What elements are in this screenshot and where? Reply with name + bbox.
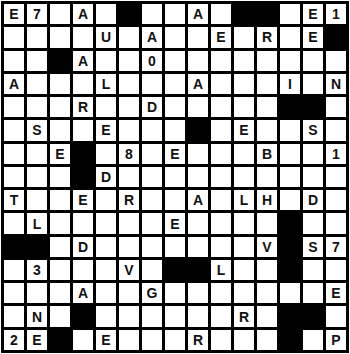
cell[interactable] (142, 120, 162, 140)
cell[interactable] (73, 213, 93, 233)
cell[interactable] (50, 97, 70, 117)
cell[interactable]: L (211, 260, 231, 280)
black-cell (27, 237, 47, 257)
cell[interactable] (257, 97, 277, 117)
cell[interactable] (27, 144, 47, 164)
cell[interactable] (165, 167, 185, 187)
cell[interactable]: L (234, 190, 254, 210)
cell[interactable] (96, 213, 116, 233)
cell[interactable] (96, 144, 116, 164)
cell[interactable] (303, 213, 323, 233)
cell[interactable] (165, 306, 185, 326)
cell[interactable]: E (96, 120, 116, 140)
cell[interactable] (234, 74, 254, 94)
cell[interactable] (188, 27, 208, 47)
cell[interactable] (211, 74, 231, 94)
cell[interactable] (4, 144, 24, 164)
cell[interactable]: E (73, 190, 93, 210)
cell[interactable] (303, 144, 323, 164)
cell[interactable] (211, 97, 231, 117)
cell[interactable] (50, 260, 70, 280)
cell[interactable] (119, 213, 139, 233)
cell[interactable]: S (303, 120, 323, 140)
cell[interactable] (257, 330, 277, 350)
cell[interactable] (234, 97, 254, 117)
cell[interactable]: 8 (119, 144, 139, 164)
cell[interactable] (326, 167, 346, 187)
cell[interactable] (234, 237, 254, 257)
cell[interactable] (280, 144, 300, 164)
black-cell (165, 260, 185, 280)
cell[interactable]: N (326, 74, 346, 94)
cell[interactable] (280, 27, 300, 47)
cell[interactable] (4, 306, 24, 326)
cell[interactable]: E (165, 213, 185, 233)
cell[interactable] (50, 27, 70, 47)
cell[interactable] (211, 4, 231, 24)
cell[interactable]: R (73, 97, 93, 117)
cell[interactable]: A (73, 283, 93, 303)
black-cell (280, 330, 300, 350)
cell[interactable]: T (4, 190, 24, 210)
cell[interactable] (257, 120, 277, 140)
cell[interactable] (303, 330, 323, 350)
cell[interactable] (303, 74, 323, 94)
cell[interactable]: H (257, 190, 277, 210)
cell[interactable] (234, 260, 254, 280)
cell[interactable]: R (119, 190, 139, 210)
cell[interactable] (27, 97, 47, 117)
cell[interactable] (326, 213, 346, 233)
cell[interactable] (142, 4, 162, 24)
cell[interactable] (188, 237, 208, 257)
cell[interactable] (165, 190, 185, 210)
cell[interactable]: E (234, 120, 254, 140)
black-cell (188, 260, 208, 280)
cell[interactable] (119, 167, 139, 187)
cell[interactable] (4, 97, 24, 117)
cell[interactable] (211, 190, 231, 210)
cell[interactable] (257, 306, 277, 326)
black-cell (188, 120, 208, 140)
cell[interactable] (96, 306, 116, 326)
cell[interactable] (50, 167, 70, 187)
cell[interactable] (73, 120, 93, 140)
cell[interactable]: L (27, 213, 47, 233)
cell[interactable] (280, 51, 300, 71)
cell[interactable]: S (27, 120, 47, 140)
cell[interactable] (188, 51, 208, 71)
cell[interactable]: U (96, 27, 116, 47)
cell[interactable] (211, 144, 231, 164)
black-cell (4, 237, 24, 257)
cell[interactable] (119, 27, 139, 47)
cell[interactable] (211, 237, 231, 257)
black-cell (50, 330, 70, 350)
cell[interactable] (165, 330, 185, 350)
cell[interactable] (50, 213, 70, 233)
cell[interactable]: N (27, 306, 47, 326)
cell[interactable] (234, 213, 254, 233)
cell[interactable] (73, 27, 93, 47)
cell[interactable] (50, 306, 70, 326)
black-cell (73, 144, 93, 164)
cell[interactable] (50, 190, 70, 210)
cell[interactable]: L (96, 74, 116, 94)
cell[interactable] (119, 51, 139, 71)
cell[interactable] (4, 213, 24, 233)
cell[interactable] (50, 74, 70, 94)
cell[interactable] (234, 27, 254, 47)
cell[interactable]: A (142, 27, 162, 47)
cell[interactable]: E (211, 27, 231, 47)
cell[interactable] (73, 74, 93, 94)
black-cell (280, 97, 300, 117)
cell[interactable] (4, 120, 24, 140)
cell[interactable] (165, 27, 185, 47)
cell[interactable]: R (188, 330, 208, 350)
cell[interactable]: 2 (4, 330, 24, 350)
cell[interactable]: E (96, 330, 116, 350)
cell[interactable] (27, 27, 47, 47)
cell[interactable]: P (326, 330, 346, 350)
cell[interactable] (188, 167, 208, 187)
black-cell (280, 237, 300, 257)
cell[interactable]: A (188, 4, 208, 24)
cell[interactable]: G (142, 283, 162, 303)
cell[interactable] (211, 213, 231, 233)
black-cell (257, 4, 277, 24)
cell[interactable] (50, 237, 70, 257)
cell[interactable] (303, 260, 323, 280)
cell[interactable] (257, 167, 277, 187)
cell[interactable]: R (257, 27, 277, 47)
cell[interactable] (211, 330, 231, 350)
cell[interactable]: V (257, 237, 277, 257)
cell[interactable]: I (280, 74, 300, 94)
cell[interactable] (50, 120, 70, 140)
cell[interactable]: 1 (326, 144, 346, 164)
cell[interactable] (188, 144, 208, 164)
cell[interactable]: A (73, 4, 93, 24)
cell[interactable]: E (165, 144, 185, 164)
cell[interactable] (96, 51, 116, 71)
cell[interactable] (96, 4, 116, 24)
cell[interactable] (326, 190, 346, 210)
cell[interactable] (257, 283, 277, 303)
cell[interactable] (280, 190, 300, 210)
black-cell (280, 260, 300, 280)
cell[interactable] (165, 97, 185, 117)
cell[interactable] (27, 167, 47, 187)
cell[interactable] (165, 51, 185, 71)
cell[interactable] (234, 167, 254, 187)
cell[interactable] (50, 283, 70, 303)
cell[interactable] (257, 74, 277, 94)
cell[interactable] (165, 237, 185, 257)
cell[interactable] (142, 260, 162, 280)
cell[interactable] (27, 51, 47, 71)
cell[interactable]: V (119, 260, 139, 280)
cell[interactable] (165, 74, 185, 94)
cell[interactable] (326, 120, 346, 140)
cell[interactable] (211, 283, 231, 303)
cell[interactable]: 3 (27, 260, 47, 280)
crossword-board: E7AAE1UAEREA0ALAINRDSEESE8EB1DTERALHDLED… (0, 0, 350, 354)
cell[interactable] (188, 306, 208, 326)
black-cell (326, 27, 346, 47)
cell[interactable] (257, 260, 277, 280)
cell[interactable] (326, 260, 346, 280)
black-cell (280, 306, 300, 326)
cell[interactable] (27, 74, 47, 94)
crossword-grid: E7AAE1UAEREA0ALAINRDSEESE8EB1DTERALHDLED… (1, 1, 349, 353)
black-cell (234, 4, 254, 24)
cell[interactable] (303, 283, 323, 303)
cell[interactable] (211, 167, 231, 187)
cell[interactable]: A (188, 190, 208, 210)
cell[interactable] (165, 120, 185, 140)
cell[interactable]: E (50, 144, 70, 164)
black-cell (73, 167, 93, 187)
cell[interactable] (326, 97, 346, 117)
cell[interactable] (165, 283, 185, 303)
cell[interactable] (73, 260, 93, 280)
black-cell (50, 51, 70, 71)
black-cell (73, 306, 93, 326)
cell[interactable] (326, 51, 346, 71)
cell[interactable] (142, 237, 162, 257)
cell[interactable] (142, 190, 162, 210)
cell[interactable] (119, 237, 139, 257)
cell[interactable] (211, 51, 231, 71)
cell[interactable] (142, 330, 162, 350)
cell[interactable] (96, 97, 116, 117)
cell[interactable] (4, 260, 24, 280)
cell[interactable] (234, 283, 254, 303)
cell[interactable]: B (257, 144, 277, 164)
cell[interactable]: 7 (27, 4, 47, 24)
cell[interactable]: 0 (142, 51, 162, 71)
cell[interactable] (119, 330, 139, 350)
cell[interactable]: E (27, 330, 47, 350)
cell[interactable] (211, 306, 231, 326)
cell[interactable] (27, 190, 47, 210)
cell[interactable] (142, 144, 162, 164)
cell[interactable] (119, 306, 139, 326)
cell[interactable] (257, 51, 277, 71)
cell[interactable] (234, 330, 254, 350)
cell[interactable] (119, 74, 139, 94)
cell[interactable] (165, 4, 185, 24)
cell[interactable] (142, 213, 162, 233)
cell[interactable]: A (188, 74, 208, 94)
cell[interactable]: A (4, 74, 24, 94)
cell[interactable] (119, 120, 139, 140)
cell[interactable] (211, 120, 231, 140)
cell[interactable] (4, 51, 24, 71)
cell[interactable] (4, 167, 24, 187)
cell[interactable] (280, 120, 300, 140)
black-cell (280, 213, 300, 233)
cell[interactable] (4, 283, 24, 303)
cell[interactable]: D (73, 237, 93, 257)
cell[interactable] (142, 306, 162, 326)
cell[interactable]: S (303, 237, 323, 257)
cell[interactable] (4, 27, 24, 47)
cell[interactable] (188, 97, 208, 117)
cell[interactable] (27, 283, 47, 303)
cell[interactable] (234, 144, 254, 164)
cell[interactable] (142, 74, 162, 94)
cell[interactable] (303, 51, 323, 71)
cell[interactable] (142, 167, 162, 187)
cell[interactable]: R (234, 306, 254, 326)
cell[interactable] (50, 4, 70, 24)
black-cell (303, 306, 323, 326)
cell[interactable] (188, 283, 208, 303)
cell[interactable] (257, 213, 277, 233)
cell[interactable] (96, 237, 116, 257)
cell[interactable] (326, 306, 346, 326)
cell[interactable] (96, 190, 116, 210)
cell[interactable] (96, 283, 116, 303)
cell[interactable] (96, 260, 116, 280)
cell[interactable] (73, 330, 93, 350)
cell[interactable]: 7 (326, 237, 346, 257)
cell[interactable]: D (303, 190, 323, 210)
cell[interactable]: E (303, 27, 323, 47)
black-cell (303, 97, 323, 117)
cell[interactable] (234, 51, 254, 71)
cell[interactable] (280, 167, 300, 187)
cell[interactable] (188, 213, 208, 233)
cell[interactable]: E (303, 4, 323, 24)
cell[interactable]: D (96, 167, 116, 187)
cell[interactable] (119, 283, 139, 303)
cell[interactable]: D (142, 97, 162, 117)
cell[interactable]: 1 (326, 4, 346, 24)
cell[interactable]: A (73, 51, 93, 71)
black-cell (119, 4, 139, 24)
cell[interactable] (303, 167, 323, 187)
cell[interactable] (280, 283, 300, 303)
cell[interactable] (280, 4, 300, 24)
cell[interactable] (119, 97, 139, 117)
cell[interactable]: E (4, 4, 24, 24)
cell[interactable]: E (326, 283, 346, 303)
